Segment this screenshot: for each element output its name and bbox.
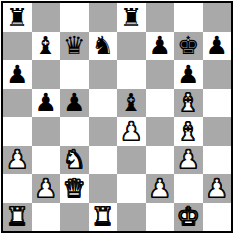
square-b2[interactable]: ♟: [32, 174, 61, 203]
square-b3[interactable]: [32, 146, 61, 175]
board-border: ♜♜♝♛♞♟♚♟♟♟♟♟♝♝♟♝♟♞♟♟♛♟♟♜♜♚: [1, 1, 233, 233]
piece-black-bishop-e5[interactable]: ♝: [120, 90, 142, 115]
square-g6[interactable]: ♟: [174, 60, 203, 89]
chess-diagram: ♜♜♝♛♞♟♚♟♟♟♟♟♝♝♟♝♟♞♟♟♛♟♟♜♜♚: [0, 0, 234, 234]
piece-black-pawn-b5[interactable]: ♟: [35, 90, 57, 115]
square-h3[interactable]: [203, 146, 232, 175]
square-g2[interactable]: [174, 174, 203, 203]
square-g3[interactable]: ♟: [174, 146, 203, 175]
square-c2[interactable]: ♛: [60, 174, 89, 203]
square-e4[interactable]: ♟: [117, 117, 146, 146]
square-b1[interactable]: [32, 203, 61, 232]
piece-white-rook-a1[interactable]: ♜: [6, 204, 28, 229]
square-h6[interactable]: [203, 60, 232, 89]
piece-black-king-g7[interactable]: ♚: [177, 33, 199, 58]
square-b8[interactable]: [32, 3, 61, 32]
square-d8[interactable]: [89, 3, 118, 32]
piece-white-pawn-e4[interactable]: ♟: [120, 119, 142, 144]
square-f8[interactable]: [146, 3, 175, 32]
square-a3[interactable]: ♟: [3, 146, 32, 175]
piece-black-pawn-a6[interactable]: ♟: [6, 62, 28, 87]
square-g7[interactable]: ♚: [174, 32, 203, 61]
square-b4[interactable]: [32, 117, 61, 146]
piece-white-pawn-g3[interactable]: ♟: [177, 147, 199, 172]
square-e5[interactable]: ♝: [117, 89, 146, 118]
square-c6[interactable]: [60, 60, 89, 89]
square-g1[interactable]: ♚: [174, 203, 203, 232]
piece-white-rook-d1[interactable]: ♜: [92, 204, 114, 229]
piece-white-bishop-g5[interactable]: ♝: [177, 90, 199, 115]
square-f7[interactable]: ♟: [146, 32, 175, 61]
square-c4[interactable]: [60, 117, 89, 146]
square-d6[interactable]: [89, 60, 118, 89]
piece-black-pawn-g6[interactable]: ♟: [177, 62, 199, 87]
square-g4[interactable]: ♝: [174, 117, 203, 146]
piece-white-knight-c3[interactable]: ♞: [63, 147, 85, 172]
square-g5[interactable]: ♝: [174, 89, 203, 118]
square-a2[interactable]: [3, 174, 32, 203]
piece-black-pawn-f7[interactable]: ♟: [149, 33, 171, 58]
square-b5[interactable]: ♟: [32, 89, 61, 118]
piece-black-bishop-b7[interactable]: ♝: [35, 33, 57, 58]
piece-black-rook-a8[interactable]: ♜: [6, 5, 28, 30]
square-d4[interactable]: [89, 117, 118, 146]
square-d5[interactable]: [89, 89, 118, 118]
square-c1[interactable]: [60, 203, 89, 232]
square-d7[interactable]: ♞: [89, 32, 118, 61]
square-h8[interactable]: [203, 3, 232, 32]
square-h4[interactable]: [203, 117, 232, 146]
square-d3[interactable]: [89, 146, 118, 175]
square-d1[interactable]: ♜: [89, 203, 118, 232]
piece-white-pawn-a3[interactable]: ♟: [6, 147, 28, 172]
square-f2[interactable]: ♟: [146, 174, 175, 203]
piece-white-king-g1[interactable]: ♚: [177, 204, 199, 229]
square-e8[interactable]: ♜: [117, 3, 146, 32]
square-c3[interactable]: ♞: [60, 146, 89, 175]
square-h7[interactable]: ♟: [203, 32, 232, 61]
square-a6[interactable]: ♟: [3, 60, 32, 89]
square-e6[interactable]: [117, 60, 146, 89]
piece-black-knight-d7[interactable]: ♞: [92, 33, 114, 58]
square-h5[interactable]: [203, 89, 232, 118]
square-d2[interactable]: [89, 174, 118, 203]
square-a5[interactable]: [3, 89, 32, 118]
piece-white-queen-c2[interactable]: ♛: [63, 176, 85, 201]
square-c8[interactable]: [60, 3, 89, 32]
square-f6[interactable]: [146, 60, 175, 89]
square-g8[interactable]: [174, 3, 203, 32]
square-e3[interactable]: [117, 146, 146, 175]
piece-black-pawn-c5[interactable]: ♟: [63, 90, 85, 115]
square-h1[interactable]: [203, 203, 232, 232]
square-b7[interactable]: ♝: [32, 32, 61, 61]
square-c5[interactable]: ♟: [60, 89, 89, 118]
piece-black-queen-c7[interactable]: ♛: [63, 33, 85, 58]
square-c7[interactable]: ♛: [60, 32, 89, 61]
square-f5[interactable]: [146, 89, 175, 118]
square-a4[interactable]: [3, 117, 32, 146]
piece-white-pawn-h2[interactable]: ♟: [206, 176, 228, 201]
piece-white-pawn-f2[interactable]: ♟: [149, 176, 171, 201]
piece-white-bishop-g4[interactable]: ♝: [177, 119, 199, 144]
square-e2[interactable]: [117, 174, 146, 203]
square-h2[interactable]: ♟: [203, 174, 232, 203]
piece-black-rook-e8[interactable]: ♜: [120, 5, 142, 30]
square-f4[interactable]: [146, 117, 175, 146]
square-f1[interactable]: [146, 203, 175, 232]
square-f3[interactable]: [146, 146, 175, 175]
square-b6[interactable]: [32, 60, 61, 89]
square-a1[interactable]: ♜: [3, 203, 32, 232]
square-e7[interactable]: [117, 32, 146, 61]
square-a7[interactable]: [3, 32, 32, 61]
chess-board: ♜♜♝♛♞♟♚♟♟♟♟♟♝♝♟♝♟♞♟♟♛♟♟♜♜♚: [3, 3, 231, 231]
piece-black-pawn-h7[interactable]: ♟: [206, 33, 228, 58]
piece-white-pawn-b2[interactable]: ♟: [35, 176, 57, 201]
square-a8[interactable]: ♜: [3, 3, 32, 32]
square-e1[interactable]: [117, 203, 146, 232]
